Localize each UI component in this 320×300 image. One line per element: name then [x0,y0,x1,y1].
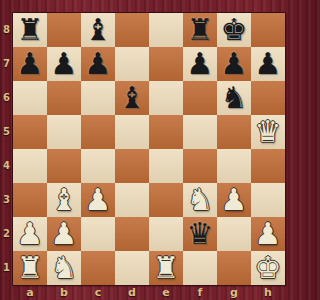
square-d1[interactable] [115,251,149,285]
black-queen[interactable]: ♛ [183,217,217,251]
rank-label-5: 5 [0,115,13,149]
black-pawn[interactable]: ♟ [251,47,285,81]
square-g5[interactable] [217,115,251,149]
square-e6[interactable] [149,81,183,115]
rank-label-3: 3 [0,183,13,217]
white-queen[interactable]: ♛ [251,115,285,149]
black-bishop[interactable]: ♝ [115,81,149,115]
white-rook[interactable]: ♜ [13,251,47,285]
black-pawn[interactable]: ♟ [81,47,115,81]
file-label-a: a [13,285,47,300]
square-f6[interactable] [183,81,217,115]
square-h4[interactable] [251,149,285,183]
square-b8[interactable] [47,13,81,47]
square-f3[interactable]: ♞ [183,183,217,217]
white-pawn[interactable]: ♟ [81,183,115,217]
black-knight[interactable]: ♞ [217,81,251,115]
white-pawn[interactable]: ♟ [251,217,285,251]
square-g6[interactable]: ♞ [217,81,251,115]
square-f4[interactable] [183,149,217,183]
square-a4[interactable] [13,149,47,183]
file-label-b: b [47,285,81,300]
square-b3[interactable]: ♝ [47,183,81,217]
rank-label-2: 2 [0,217,13,251]
square-a1[interactable]: ♜ [13,251,47,285]
square-c8[interactable]: ♝ [81,13,115,47]
square-h6[interactable] [251,81,285,115]
file-label-g: g [217,285,251,300]
square-b7[interactable]: ♟ [47,47,81,81]
square-d7[interactable] [115,47,149,81]
square-d6[interactable]: ♝ [115,81,149,115]
square-a8[interactable]: ♜ [13,13,47,47]
square-f7[interactable]: ♟ [183,47,217,81]
black-pawn[interactable]: ♟ [217,47,251,81]
white-knight[interactable]: ♞ [183,183,217,217]
chess-board: ♜♝♜♚♟♟♟♟♟♟♝♞♛♝♟♞♟♟♟♛♟♜♞♜♚ [13,13,285,285]
square-a7[interactable]: ♟ [13,47,47,81]
square-a3[interactable] [13,183,47,217]
square-h1[interactable]: ♚ [251,251,285,285]
white-pawn[interactable]: ♟ [47,217,81,251]
square-b5[interactable] [47,115,81,149]
square-e5[interactable] [149,115,183,149]
square-f2[interactable]: ♛ [183,217,217,251]
rank-label-6: 6 [0,81,13,115]
square-d3[interactable] [115,183,149,217]
rank-label-7: 7 [0,47,13,81]
square-c4[interactable] [81,149,115,183]
square-c7[interactable]: ♟ [81,47,115,81]
square-d8[interactable] [115,13,149,47]
rank-label-1: 1 [0,251,13,285]
rank-label-4: 4 [0,149,13,183]
square-b2[interactable]: ♟ [47,217,81,251]
black-rook[interactable]: ♜ [183,13,217,47]
file-label-d: d [115,285,149,300]
board-frame: { "game": "chess", "title": "chess posit… [0,0,300,300]
square-g4[interactable] [217,149,251,183]
square-e8[interactable] [149,13,183,47]
square-a5[interactable] [13,115,47,149]
square-c3[interactable]: ♟ [81,183,115,217]
square-g2[interactable] [217,217,251,251]
square-c5[interactable] [81,115,115,149]
square-c1[interactable] [81,251,115,285]
square-g7[interactable]: ♟ [217,47,251,81]
white-rook[interactable]: ♜ [149,251,183,285]
square-g8[interactable]: ♚ [217,13,251,47]
square-h5[interactable]: ♛ [251,115,285,149]
square-h3[interactable] [251,183,285,217]
square-c2[interactable] [81,217,115,251]
rank-label-8: 8 [0,13,13,47]
white-knight[interactable]: ♞ [47,251,81,285]
square-h2[interactable]: ♟ [251,217,285,251]
file-label-e: e [149,285,183,300]
square-h8[interactable] [251,13,285,47]
square-f1[interactable] [183,251,217,285]
square-d2[interactable] [115,217,149,251]
square-e3[interactable] [149,183,183,217]
square-f5[interactable] [183,115,217,149]
black-rook[interactable]: ♜ [13,13,47,47]
black-bishop[interactable]: ♝ [81,13,115,47]
square-a6[interactable] [13,81,47,115]
square-b6[interactable] [47,81,81,115]
white-pawn[interactable]: ♟ [13,217,47,251]
file-label-f: f [183,285,217,300]
square-f8[interactable]: ♜ [183,13,217,47]
square-c6[interactable] [81,81,115,115]
black-pawn[interactable]: ♟ [183,47,217,81]
black-king[interactable]: ♚ [217,13,251,47]
square-g3[interactable]: ♟ [217,183,251,217]
white-pawn[interactable]: ♟ [217,183,251,217]
square-g1[interactable] [217,251,251,285]
square-e2[interactable] [149,217,183,251]
square-e1[interactable]: ♜ [149,251,183,285]
square-e7[interactable] [149,47,183,81]
square-e4[interactable] [149,149,183,183]
square-d5[interactable] [115,115,149,149]
white-bishop[interactable]: ♝ [47,183,81,217]
square-a2[interactable]: ♟ [13,217,47,251]
file-label-h: h [251,285,285,300]
white-king[interactable]: ♚ [251,251,285,285]
black-pawn[interactable]: ♟ [47,47,81,81]
square-b1[interactable]: ♞ [47,251,81,285]
square-b4[interactable] [47,149,81,183]
square-d4[interactable] [115,149,149,183]
black-pawn[interactable]: ♟ [13,47,47,81]
square-h7[interactable]: ♟ [251,47,285,81]
file-label-c: c [81,285,115,300]
